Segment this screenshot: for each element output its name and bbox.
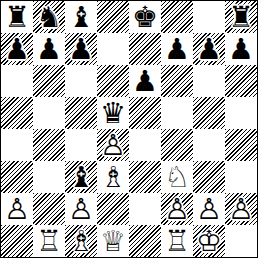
square-h4[interactable] — [225, 129, 257, 161]
square-f2[interactable]: ♟♙ — [161, 193, 193, 225]
square-d3[interactable]: ♝♗ — [97, 161, 129, 193]
white-king: ♚♔ — [193, 225, 225, 257]
white-rook-icon: ♖ — [33, 225, 65, 257]
square-d1[interactable]: ♛♕ — [97, 225, 129, 257]
square-e4[interactable] — [129, 129, 161, 161]
black-king-icon: ♚ — [129, 1, 161, 33]
white-pawn-icon: ♙ — [1, 193, 33, 225]
square-d8[interactable] — [97, 1, 129, 33]
square-g2[interactable]: ♟♙ — [193, 193, 225, 225]
square-c7[interactable]: ♟♟ — [65, 33, 97, 65]
square-f3[interactable]: ♞♘ — [161, 161, 193, 193]
black-pawn-icon: ♟ — [225, 33, 257, 65]
black-rook: ♜♜ — [1, 1, 33, 33]
white-rook: ♜♖ — [33, 225, 65, 257]
white-rook: ♜♖ — [161, 225, 193, 257]
square-c3[interactable]: ♝♝ — [65, 161, 97, 193]
white-pawn: ♟♙ — [193, 193, 225, 225]
square-g3[interactable] — [193, 161, 225, 193]
white-knight-icon: ♘ — [161, 161, 193, 193]
square-b5[interactable] — [33, 97, 65, 129]
square-e8[interactable]: ♚♚ — [129, 1, 161, 33]
black-rook-icon: ♜ — [1, 1, 33, 33]
white-pawn-icon: ♙ — [161, 193, 193, 225]
black-pawn-icon: ♟ — [65, 33, 97, 65]
white-bishop-icon: ♗ — [97, 161, 129, 193]
black-queen: ♛♛ — [97, 97, 129, 129]
square-h7[interactable]: ♟♟ — [225, 33, 257, 65]
black-rook: ♜♜ — [225, 1, 257, 33]
black-pawn: ♟♟ — [225, 33, 257, 65]
square-a5[interactable] — [1, 97, 33, 129]
white-rook-icon: ♖ — [161, 225, 193, 257]
square-f4[interactable] — [161, 129, 193, 161]
square-a3[interactable] — [1, 161, 33, 193]
square-g4[interactable] — [193, 129, 225, 161]
black-knight-icon: ♞ — [33, 1, 65, 33]
black-pawn: ♟♟ — [1, 33, 33, 65]
square-e6[interactable]: ♟♟ — [129, 65, 161, 97]
black-bishop: ♝♝ — [65, 1, 97, 33]
black-pawn-icon: ♟ — [129, 65, 161, 97]
black-pawn: ♟♟ — [193, 33, 225, 65]
square-g6[interactable] — [193, 65, 225, 97]
square-e7[interactable] — [129, 33, 161, 65]
square-c2[interactable]: ♟♙ — [65, 193, 97, 225]
square-c8[interactable]: ♝♝ — [65, 1, 97, 33]
white-knight: ♞♘ — [161, 161, 193, 193]
black-pawn-icon: ♟ — [193, 33, 225, 65]
black-knight: ♞♞ — [33, 1, 65, 33]
square-h5[interactable] — [225, 97, 257, 129]
square-b1[interactable]: ♜♖ — [33, 225, 65, 257]
white-pawn: ♟♙ — [65, 193, 97, 225]
square-b6[interactable] — [33, 65, 65, 97]
square-a4[interactable] — [1, 129, 33, 161]
square-g7[interactable]: ♟♟ — [193, 33, 225, 65]
white-bishop: ♝♗ — [97, 161, 129, 193]
black-pawn-icon: ♟ — [1, 33, 33, 65]
square-h1[interactable] — [225, 225, 257, 257]
white-pawn-icon: ♙ — [97, 129, 129, 161]
square-c1[interactable]: ♝♗ — [65, 225, 97, 257]
square-a7[interactable]: ♟♟ — [1, 33, 33, 65]
black-king: ♚♚ — [129, 1, 161, 33]
square-f1[interactable]: ♜♖ — [161, 225, 193, 257]
white-pawn-icon: ♙ — [65, 193, 97, 225]
square-h3[interactable] — [225, 161, 257, 193]
black-pawn-icon: ♟ — [33, 33, 65, 65]
square-d5[interactable]: ♛♛ — [97, 97, 129, 129]
black-bishop: ♝♝ — [65, 161, 97, 193]
square-g5[interactable] — [193, 97, 225, 129]
black-pawn: ♟♟ — [161, 33, 193, 65]
square-c6[interactable] — [65, 65, 97, 97]
black-bishop-icon: ♝ — [65, 1, 97, 33]
square-e2[interactable] — [129, 193, 161, 225]
black-bishop-icon: ♝ — [65, 161, 97, 193]
square-c5[interactable] — [65, 97, 97, 129]
square-a6[interactable] — [1, 65, 33, 97]
black-rook-icon: ♜ — [225, 1, 257, 33]
white-pawn: ♟♙ — [225, 193, 257, 225]
square-e3[interactable] — [129, 161, 161, 193]
square-e5[interactable] — [129, 97, 161, 129]
black-queen-icon: ♛ — [97, 97, 129, 129]
square-a8[interactable]: ♜♜ — [1, 1, 33, 33]
white-pawn-icon: ♙ — [193, 193, 225, 225]
white-queen: ♛♕ — [97, 225, 129, 257]
square-d4[interactable]: ♟♙ — [97, 129, 129, 161]
square-b8[interactable]: ♞♞ — [33, 1, 65, 33]
square-f6[interactable] — [161, 65, 193, 97]
square-d6[interactable] — [97, 65, 129, 97]
square-b2[interactable] — [33, 193, 65, 225]
square-c4[interactable] — [65, 129, 97, 161]
white-bishop-icon: ♗ — [65, 225, 97, 257]
black-pawn-icon: ♟ — [161, 33, 193, 65]
white-pawn: ♟♙ — [161, 193, 193, 225]
square-a2[interactable]: ♟♙ — [1, 193, 33, 225]
square-f8[interactable] — [161, 1, 193, 33]
square-b3[interactable] — [33, 161, 65, 193]
square-g1[interactable]: ♚♔ — [193, 225, 225, 257]
white-king-icon: ♔ — [193, 225, 225, 257]
square-h8[interactable]: ♜♜ — [225, 1, 257, 33]
white-queen-icon: ♕ — [97, 225, 129, 257]
square-f5[interactable] — [161, 97, 193, 129]
black-pawn: ♟♟ — [33, 33, 65, 65]
square-b7[interactable]: ♟♟ — [33, 33, 65, 65]
square-b4[interactable] — [33, 129, 65, 161]
square-d2[interactable] — [97, 193, 129, 225]
square-a1[interactable] — [1, 225, 33, 257]
square-f7[interactable]: ♟♟ — [161, 33, 193, 65]
white-pawn-icon: ♙ — [225, 193, 257, 225]
square-g8[interactable] — [193, 1, 225, 33]
white-pawn: ♟♙ — [97, 129, 129, 161]
white-bishop: ♝♗ — [65, 225, 97, 257]
chess-board: ♜♜♞♞♝♝♚♚♜♜♟♟♟♟♟♟♟♟♟♟♟♟♟♟♛♛♟♙♝♝♝♗♞♘♟♙♟♙♟♙… — [0, 0, 258, 258]
square-h2[interactable]: ♟♙ — [225, 193, 257, 225]
black-pawn: ♟♟ — [65, 33, 97, 65]
white-pawn: ♟♙ — [1, 193, 33, 225]
square-d7[interactable] — [97, 33, 129, 65]
square-e1[interactable] — [129, 225, 161, 257]
square-h6[interactable] — [225, 65, 257, 97]
black-pawn: ♟♟ — [129, 65, 161, 97]
